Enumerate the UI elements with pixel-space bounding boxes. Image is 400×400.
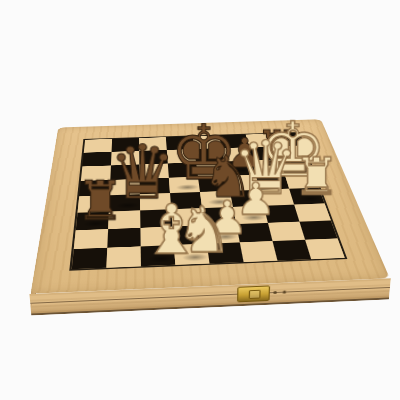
- square-a8: [84, 139, 112, 153]
- clasp-screw-icon: [282, 291, 286, 294]
- chess-box: ♟♜♚♚♛♞♛♜♜♟♟♝♞: [31, 119, 390, 294]
- square-g2: [268, 222, 305, 241]
- chess-board-grid: ♟♜♚♚♛♞♛♜♜♟♟♝♞: [69, 132, 347, 271]
- white-bishop-c1: ♝: [141, 195, 175, 263]
- square-a1: [72, 248, 108, 269]
- square-a2: [74, 229, 108, 249]
- square-h2: [299, 220, 337, 239]
- square-b2: [107, 228, 140, 248]
- square-h1: [305, 238, 345, 259]
- square-a7: [82, 152, 111, 167]
- square-a3: ♜: [76, 212, 109, 231]
- chess-set-photo: ♟♜♚♚♛♞♛♜♜♟♟♝♞: [0, 0, 400, 400]
- square-h3: [294, 204, 331, 222]
- square-f1: [240, 241, 278, 262]
- black-rook-a3: ♜: [76, 174, 108, 228]
- board-frame: ♟♜♚♚♛♞♛♜♜♟♟♝♞: [31, 119, 390, 294]
- brass-clasp-icon: [237, 285, 270, 302]
- clasp-screw-icon: [273, 291, 277, 294]
- square-b1: [106, 246, 141, 267]
- square-c1: ♝: [141, 245, 176, 266]
